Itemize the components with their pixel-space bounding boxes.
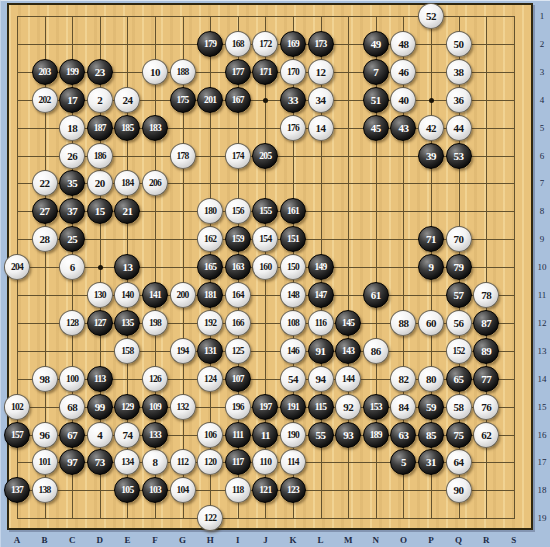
stone-white[interactable]: 170: [280, 59, 306, 85]
stone-white[interactable]: 100: [59, 366, 85, 392]
go-board-panel: 2456789101112131415171820212223242526272…: [0, 0, 550, 547]
stone-black[interactable]: 111: [225, 422, 251, 448]
stone-white[interactable]: 130: [87, 282, 113, 308]
stone-black[interactable]: 61: [363, 282, 389, 308]
stone-black[interactable]: 177: [225, 59, 251, 85]
stone-white[interactable]: 196: [225, 394, 251, 420]
stone-white[interactable]: 90: [446, 477, 472, 503]
stone-black[interactable]: 11: [252, 422, 278, 448]
stone-black[interactable]: 205: [252, 143, 278, 169]
stone-black[interactable]: 163: [225, 254, 251, 280]
stone-black[interactable]: 203: [32, 59, 58, 85]
stone-white[interactable]: 24: [114, 87, 140, 113]
stone-white[interactable]: 34: [308, 87, 334, 113]
stone-white[interactable]: 26: [59, 143, 85, 169]
column-label: R: [483, 535, 490, 545]
column-label: N: [373, 535, 380, 545]
row-label: 11: [538, 290, 547, 300]
stone-black[interactable]: 189: [363, 422, 389, 448]
row-label: 6: [540, 151, 545, 161]
stone-white[interactable]: 40: [390, 87, 416, 113]
column-label: F: [152, 535, 158, 545]
stone-black[interactable]: 179: [197, 31, 223, 57]
stone-white[interactable]: 22: [32, 170, 58, 196]
stone-white[interactable]: 204: [4, 254, 30, 280]
stone-black[interactable]: 199: [59, 59, 85, 85]
stone-white[interactable]: 12: [308, 59, 334, 85]
row-label: 4: [540, 95, 545, 105]
stone-black[interactable]: 99: [87, 394, 113, 420]
grid-vline: [514, 16, 515, 518]
stone-black[interactable]: 115: [308, 394, 334, 420]
stone-black[interactable]: 49: [363, 31, 389, 57]
stone-white[interactable]: 82: [390, 366, 416, 392]
stone-white[interactable]: 112: [170, 449, 196, 475]
column-label: P: [428, 535, 434, 545]
stone-white[interactable]: 108: [280, 310, 306, 336]
stone-black[interactable]: 127: [87, 310, 113, 336]
stone-white[interactable]: 192: [197, 310, 223, 336]
column-label: C: [69, 535, 76, 545]
stone-black[interactable]: 107: [225, 366, 251, 392]
row-label: 14: [538, 374, 547, 384]
stone-white[interactable]: 80: [418, 366, 444, 392]
column-label: L: [318, 535, 324, 545]
stone-black[interactable]: 201: [197, 87, 223, 113]
stone-white[interactable]: 44: [446, 115, 472, 141]
stone-black[interactable]: 15: [87, 198, 113, 224]
stone-black[interactable]: 91: [308, 338, 334, 364]
stone-white[interactable]: 78: [473, 282, 499, 308]
column-label: H: [207, 535, 214, 545]
row-label: 1: [540, 11, 545, 21]
stone-white[interactable]: 68: [59, 394, 85, 420]
stone-black[interactable]: 93: [335, 422, 361, 448]
stone-white[interactable]: 144: [335, 366, 361, 392]
row-label: 7: [540, 178, 545, 188]
stone-black[interactable]: 43: [390, 115, 416, 141]
row-label: 15: [538, 402, 547, 412]
stone-black[interactable]: 197: [252, 394, 278, 420]
stone-black[interactable]: 143: [335, 338, 361, 364]
stone-black[interactable]: 147: [308, 282, 334, 308]
column-label: K: [289, 535, 296, 545]
stone-black[interactable]: 141: [142, 282, 168, 308]
stone-white[interactable]: 188: [170, 59, 196, 85]
stone-white[interactable]: 42: [418, 115, 444, 141]
stone-black[interactable]: 157: [4, 422, 30, 448]
stone-black[interactable]: 133: [142, 422, 168, 448]
grid-hline: [17, 518, 515, 519]
stone-black[interactable]: 57: [446, 282, 472, 308]
stone-white[interactable]: 116: [308, 310, 334, 336]
stone-black[interactable]: 75: [446, 422, 472, 448]
row-label: 2: [540, 39, 545, 49]
stone-white[interactable]: 202: [32, 87, 58, 113]
stone-black[interactable]: 185: [114, 115, 140, 141]
stone-black[interactable]: 53: [446, 143, 472, 169]
stone-white[interactable]: 101: [32, 449, 58, 475]
row-label: 19: [538, 513, 547, 523]
stone-white[interactable]: 36: [446, 87, 472, 113]
stone-white[interactable]: 194: [170, 338, 196, 364]
stone-white[interactable]: 14: [308, 115, 334, 141]
stone-white[interactable]: 98: [32, 366, 58, 392]
stone-black[interactable]: 113: [87, 366, 113, 392]
stone-white[interactable]: 50: [446, 31, 472, 57]
stone-black[interactable]: 191: [280, 394, 306, 420]
stone-white[interactable]: 74: [114, 422, 140, 448]
stone-white[interactable]: 156: [225, 198, 251, 224]
stone-white[interactable]: 92: [335, 394, 361, 420]
stone-white[interactable]: 166: [225, 310, 251, 336]
stone-black[interactable]: 109: [142, 394, 168, 420]
row-label: 3: [540, 67, 545, 77]
stone-white[interactable]: 148: [280, 282, 306, 308]
row-label: 9: [540, 234, 545, 244]
column-label: A: [14, 535, 21, 545]
stone-white[interactable]: 58: [446, 394, 472, 420]
stone-black[interactable]: 131: [197, 338, 223, 364]
stone-white[interactable]: 146: [280, 338, 306, 364]
column-label: J: [263, 535, 268, 545]
stone-white[interactable]: 118: [225, 477, 251, 503]
stone-white[interactable]: 86: [363, 338, 389, 364]
row-label: 17: [538, 457, 547, 467]
stone-white[interactable]: 62: [473, 422, 499, 448]
stone-white[interactable]: 104: [170, 477, 196, 503]
stone-black[interactable]: 85: [418, 422, 444, 448]
star-point: [98, 265, 103, 270]
stone-white[interactable]: 54: [280, 366, 306, 392]
column-label: D: [97, 535, 104, 545]
stone-white[interactable]: 178: [170, 143, 196, 169]
stone-black[interactable]: 55: [308, 422, 334, 448]
row-label: 16: [538, 430, 547, 440]
star-point: [429, 98, 434, 103]
stone-white[interactable]: 190: [280, 422, 306, 448]
stone-white[interactable]: 76: [473, 394, 499, 420]
stone-black[interactable]: 129: [114, 394, 140, 420]
stone-white[interactable]: 158: [114, 338, 140, 364]
stone-white[interactable]: 64: [446, 449, 472, 475]
stone-white[interactable]: 138: [32, 477, 58, 503]
stone-black[interactable]: 33: [280, 87, 306, 113]
stone-white[interactable]: 152: [446, 338, 472, 364]
stone-white[interactable]: 4: [87, 422, 113, 448]
stone-black[interactable]: 145: [335, 310, 361, 336]
stone-black[interactable]: 153: [363, 394, 389, 420]
stone-white[interactable]: 84: [390, 394, 416, 420]
stone-white[interactable]: 96: [32, 422, 58, 448]
stone-white[interactable]: 18: [59, 115, 85, 141]
stone-white[interactable]: 186: [87, 143, 113, 169]
stone-black[interactable]: 149: [308, 254, 334, 280]
stone-white[interactable]: 56: [446, 310, 472, 336]
stone-white[interactable]: 176: [280, 115, 306, 141]
stone-black[interactable]: 71: [418, 226, 444, 252]
stone-black[interactable]: 89: [473, 338, 499, 364]
stone-white[interactable]: 60: [418, 310, 444, 336]
stone-white[interactable]: 52: [418, 3, 444, 29]
stone-black[interactable]: 23: [87, 59, 113, 85]
column-label: S: [511, 535, 516, 545]
stone-white[interactable]: 164: [225, 282, 251, 308]
stone-black[interactable]: 187: [87, 115, 113, 141]
stone-black[interactable]: 173: [308, 31, 334, 57]
stone-black[interactable]: 181: [197, 282, 223, 308]
column-label: M: [344, 535, 353, 545]
stone-black[interactable]: 73: [87, 449, 113, 475]
stone-white[interactable]: 46: [390, 59, 416, 85]
stone-black[interactable]: 65: [446, 366, 472, 392]
stone-black[interactable]: 51: [363, 87, 389, 113]
stone-white[interactable]: 94: [308, 366, 334, 392]
stone-black[interactable]: 183: [142, 115, 168, 141]
column-label: G: [179, 535, 186, 545]
stone-white[interactable]: 125: [225, 338, 251, 364]
column-label: Q: [455, 535, 462, 545]
stone-black[interactable]: 171: [252, 59, 278, 85]
stone-black[interactable]: 167: [225, 87, 251, 113]
column-label: I: [236, 535, 240, 545]
stone-white[interactable]: 2: [87, 87, 113, 113]
row-label: 8: [540, 206, 545, 216]
stone-black[interactable]: 67: [59, 422, 85, 448]
stone-white[interactable]: 128: [59, 310, 85, 336]
stone-black[interactable]: 63: [390, 422, 416, 448]
stone-black[interactable]: 7: [363, 59, 389, 85]
stone-black[interactable]: 151: [280, 226, 306, 252]
stone-black[interactable]: 159: [225, 226, 251, 252]
row-label: 12: [538, 318, 547, 328]
row-label: 5: [540, 123, 545, 133]
stone-black[interactable]: 17: [59, 87, 85, 113]
column-label: E: [124, 535, 130, 545]
stone-white[interactable]: 198: [142, 310, 168, 336]
stone-white[interactable]: 28: [32, 226, 58, 252]
stone-black[interactable]: 77: [473, 366, 499, 392]
grid-hline: [17, 351, 515, 352]
stone-white[interactable]: 124: [197, 366, 223, 392]
stone-white[interactable]: 102: [4, 394, 30, 420]
stone-black[interactable]: 175: [170, 87, 196, 113]
stone-black[interactable]: 27: [32, 198, 58, 224]
stone-white[interactable]: 200: [170, 282, 196, 308]
row-label: 18: [538, 485, 547, 495]
stone-black[interactable]: 169: [280, 31, 306, 57]
stone-black[interactable]: 59: [418, 394, 444, 420]
stone-white[interactable]: 174: [225, 143, 251, 169]
stone-white[interactable]: 70: [446, 226, 472, 252]
stone-white[interactable]: 168: [225, 31, 251, 57]
stone-white[interactable]: 10: [142, 59, 168, 85]
column-label: B: [42, 535, 48, 545]
stone-black[interactable]: 87: [473, 310, 499, 336]
stone-white[interactable]: 38: [446, 59, 472, 85]
column-label: O: [400, 535, 407, 545]
stone-white[interactable]: 126: [142, 366, 168, 392]
stone-black[interactable]: 117: [225, 449, 251, 475]
stone-black[interactable]: 9: [418, 254, 444, 280]
stone-white[interactable]: 150: [280, 254, 306, 280]
stone-white[interactable]: 20: [87, 170, 113, 196]
stone-black[interactable]: 39: [418, 143, 444, 169]
stone-black[interactable]: 45: [363, 115, 389, 141]
row-label: 10: [538, 262, 547, 272]
stone-white[interactable]: 106: [197, 422, 223, 448]
row-label: 13: [538, 346, 547, 356]
stone-white[interactable]: 132: [170, 394, 196, 420]
stone-black[interactable]: 79: [446, 254, 472, 280]
